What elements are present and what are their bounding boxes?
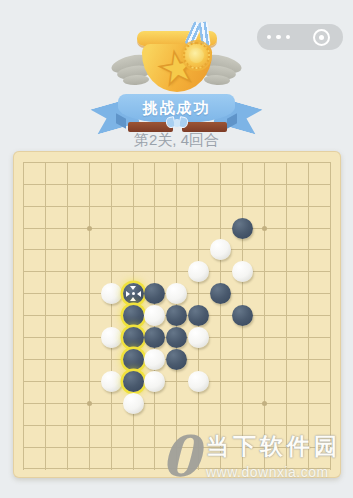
white-stone xyxy=(123,393,144,414)
black-stone xyxy=(166,305,187,326)
white-stone xyxy=(144,349,165,370)
grid-line-vertical xyxy=(330,162,331,470)
grid-line-vertical xyxy=(308,162,309,470)
black-stone-winning xyxy=(123,283,144,304)
white-stone xyxy=(144,371,165,392)
black-stone xyxy=(210,283,231,304)
black-stone xyxy=(166,327,187,348)
star-point xyxy=(262,401,267,406)
last-move-cursor-icon xyxy=(123,283,144,304)
white-stone xyxy=(144,305,165,326)
black-stone-winning xyxy=(123,349,144,370)
star-point xyxy=(262,226,267,231)
watermark-site-name: 当下软件园 xyxy=(206,431,341,462)
star-point xyxy=(87,226,92,231)
white-stone xyxy=(210,239,231,260)
star-point xyxy=(87,401,92,406)
white-stone xyxy=(101,371,122,392)
bow-icon xyxy=(166,115,188,131)
white-stone xyxy=(101,283,122,304)
black-stone-winning xyxy=(123,327,144,348)
watermark: 0 当下软件园 www.downxia.com xyxy=(161,431,341,480)
level-info: 第2关, 4回合 xyxy=(0,131,353,150)
watermark-logo: 0 xyxy=(161,432,200,480)
black-stone xyxy=(144,327,165,348)
black-stone-winning xyxy=(123,305,144,326)
game-screen: ★ 挑战成功 第2关, 4回合 0 当下软件园 www.downxia.com xyxy=(0,0,353,498)
white-stone xyxy=(166,283,187,304)
black-stone xyxy=(188,305,209,326)
white-stone xyxy=(101,327,122,348)
black-stone-winning xyxy=(123,371,144,392)
black-stone xyxy=(166,349,187,370)
white-stone xyxy=(188,327,209,348)
black-stone xyxy=(232,305,253,326)
watermark-site-url: www.downxia.com xyxy=(206,464,341,480)
black-stone xyxy=(232,218,253,239)
white-stone xyxy=(232,261,253,282)
podium-graphic xyxy=(0,0,353,150)
white-stone xyxy=(188,371,209,392)
white-stone xyxy=(188,261,209,282)
black-stone xyxy=(144,283,165,304)
